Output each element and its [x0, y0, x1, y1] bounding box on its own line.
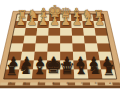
square-e3[interactable] — [48, 28, 60, 36]
piece-white-pawn[interactable]: ♟ — [72, 16, 82, 27]
piece-black-knight[interactable]: ♞ — [88, 62, 102, 78]
square-b4[interactable] — [84, 36, 97, 44]
square-c3[interactable] — [72, 28, 84, 36]
piece-white-pawn[interactable]: ♟ — [16, 16, 26, 27]
square-a5[interactable] — [97, 44, 111, 52]
file-label-h: h — [9, 81, 11, 85]
square-h5[interactable] — [9, 44, 23, 52]
marquetry-block — [15, 83, 23, 86]
piece-black-queen[interactable]: ♛ — [59, 59, 75, 77]
box-edge — [0, 85, 120, 88]
square-h3[interactable] — [13, 28, 26, 36]
square-f3[interactable] — [36, 28, 48, 36]
file-label-e: e — [52, 81, 54, 85]
square-f5[interactable] — [35, 44, 48, 52]
file-label-g: g — [24, 81, 26, 85]
marquetry-block — [97, 83, 105, 86]
square-c5[interactable] — [72, 44, 85, 52]
piece-black-rook[interactable]: ♜ — [5, 63, 18, 77]
square-a4[interactable] — [96, 36, 110, 44]
piece-white-pawn[interactable]: ♟ — [61, 16, 71, 27]
marquetry-block — [83, 83, 91, 86]
piece-white-pawn[interactable]: ♟ — [50, 16, 60, 27]
square-d4[interactable] — [60, 36, 72, 44]
piece-white-pawn[interactable]: ♟ — [95, 16, 105, 27]
square-g3[interactable] — [25, 28, 38, 36]
piece-white-pawn[interactable]: ♟ — [27, 16, 37, 27]
square-a3[interactable] — [95, 28, 108, 36]
piece-black-rook[interactable]: ♜ — [102, 63, 115, 77]
piece-white-pawn[interactable]: ♟ — [83, 16, 93, 27]
square-g4[interactable] — [23, 36, 36, 44]
square-e5[interactable] — [47, 44, 60, 52]
marquetry-block — [0, 83, 8, 86]
square-c4[interactable] — [72, 36, 85, 44]
piece-black-bishop[interactable]: ♝ — [74, 61, 88, 77]
square-b5[interactable] — [85, 44, 99, 52]
square-d3[interactable] — [60, 28, 72, 36]
file-label-a: a — [109, 81, 111, 85]
square-b3[interactable] — [83, 28, 96, 36]
square-h4[interactable] — [11, 36, 25, 44]
square-g5[interactable] — [22, 44, 36, 52]
square-e4[interactable] — [48, 36, 60, 44]
marquetry-block — [112, 83, 120, 86]
square-d5[interactable] — [60, 44, 73, 52]
file-label-d: d — [66, 81, 68, 85]
square-f4[interactable] — [36, 36, 49, 44]
marquetry-block — [30, 83, 38, 86]
file-label-b: b — [95, 81, 97, 85]
marquetry-block — [68, 83, 76, 86]
piece-white-pawn[interactable]: ♟ — [38, 16, 48, 27]
chess-set-photo: hgfedcba ♜♞♝♚♛♝♞♜♟♟♟♟♟♟♟♟♟♟♟♟♟♟♟♟♜♞♝♚♛♝♞… — [0, 0, 120, 90]
piece-black-knight[interactable]: ♞ — [19, 62, 33, 78]
